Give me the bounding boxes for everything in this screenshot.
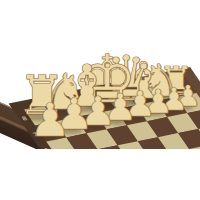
- chess-photo-scene: 87654321 ♜♞♝♚♛♝♞♜♟♟♟♟♟♟♟♟: [0, 0, 200, 149]
- piece-pawn: ♟: [29, 97, 70, 143]
- pieces-layer: ♜♞♝♚♛♝♞♜♟♟♟♟♟♟♟♟: [0, 0, 200, 149]
